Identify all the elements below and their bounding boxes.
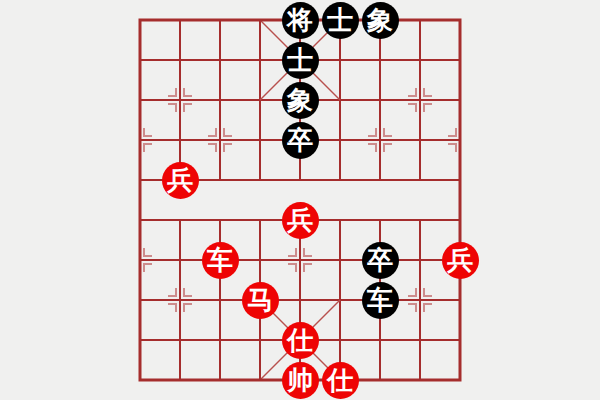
piece-black-advisor[interactable]: 士 <box>322 2 359 39</box>
board-area: 将士象士象卒卒车兵兵车兵马仕帅仕 <box>0 0 600 400</box>
xiangqi-board: 将士象士象卒卒车兵兵车兵马仕帅仕 <box>120 0 480 400</box>
piece-red-soldier[interactable]: 兵 <box>282 202 319 239</box>
piece-black-soldier[interactable]: 卒 <box>362 242 399 279</box>
piece-black-chariot[interactable]: 车 <box>362 282 399 319</box>
piece-black-advisor[interactable]: 士 <box>282 42 319 79</box>
piece-black-elephant[interactable]: 象 <box>282 82 319 119</box>
piece-red-advisor[interactable]: 仕 <box>322 362 359 399</box>
piece-red-advisor[interactable]: 仕 <box>282 322 319 359</box>
piece-red-horse[interactable]: 马 <box>242 282 279 319</box>
piece-red-chariot[interactable]: 车 <box>202 242 239 279</box>
piece-red-soldier[interactable]: 兵 <box>442 242 479 279</box>
piece-black-general[interactable]: 将 <box>282 2 319 39</box>
piece-black-elephant[interactable]: 象 <box>362 2 399 39</box>
piece-red-general[interactable]: 帅 <box>282 362 319 399</box>
piece-red-soldier[interactable]: 兵 <box>162 162 199 199</box>
piece-black-soldier[interactable]: 卒 <box>282 122 319 159</box>
